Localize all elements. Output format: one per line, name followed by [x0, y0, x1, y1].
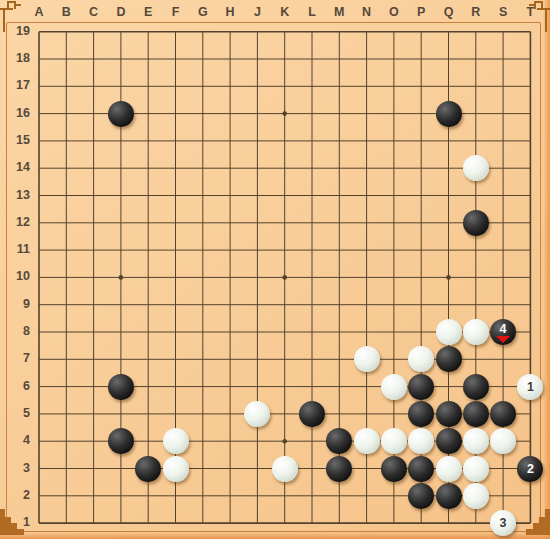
- col-label-C: C: [84, 5, 104, 19]
- stone-black-D6[interactable]: [108, 374, 134, 400]
- row-label-8: 8: [4, 324, 30, 338]
- stone-white-R14[interactable]: [463, 155, 489, 181]
- row-label-19: 19: [4, 24, 30, 38]
- col-label-N: N: [357, 5, 377, 19]
- stone-black-R5[interactable]: [463, 401, 489, 427]
- stone-black-R12[interactable]: [463, 210, 489, 236]
- col-label-J: J: [247, 5, 267, 19]
- row-label-6: 6: [4, 379, 30, 393]
- stone-white-N7[interactable]: [354, 346, 380, 372]
- col-label-K: K: [275, 5, 295, 19]
- row-label-7: 7: [4, 351, 30, 365]
- row-label-3: 3: [4, 461, 30, 475]
- stone-black-Q5[interactable]: [436, 401, 462, 427]
- col-label-L: L: [302, 5, 322, 19]
- col-label-G: G: [193, 5, 213, 19]
- col-label-E: E: [138, 5, 158, 19]
- last-move-red-triangle-marker: [496, 336, 510, 343]
- stone-white-O6[interactable]: [381, 374, 407, 400]
- row-label-9: 9: [4, 297, 30, 311]
- row-label-16: 16: [4, 106, 30, 120]
- col-label-D: D: [111, 5, 131, 19]
- stone-black-T3[interactable]: 2: [517, 456, 543, 482]
- stone-white-S1[interactable]: 3: [490, 510, 516, 536]
- stone-white-R4[interactable]: [463, 428, 489, 454]
- stone-white-O4[interactable]: [381, 428, 407, 454]
- stone-white-N4[interactable]: [354, 428, 380, 454]
- stone-black-P2[interactable]: [408, 483, 434, 509]
- stone-black-P6[interactable]: [408, 374, 434, 400]
- stone-black-Q4[interactable]: [436, 428, 462, 454]
- move-number-3: 3: [490, 510, 516, 536]
- row-label-18: 18: [4, 51, 30, 65]
- col-label-R: R: [466, 5, 486, 19]
- stone-black-S5[interactable]: [490, 401, 516, 427]
- stone-black-D16[interactable]: [108, 101, 134, 127]
- col-label-S: S: [493, 5, 513, 19]
- stone-white-R8[interactable]: [463, 319, 489, 345]
- row-label-5: 5: [4, 406, 30, 420]
- stone-black-D4[interactable]: [108, 428, 134, 454]
- row-label-13: 13: [4, 188, 30, 202]
- stone-white-R2[interactable]: [463, 483, 489, 509]
- stone-black-M3[interactable]: [326, 456, 352, 482]
- row-label-2: 2: [4, 488, 30, 502]
- stone-black-P3[interactable]: [408, 456, 434, 482]
- stone-black-Q7[interactable]: [436, 346, 462, 372]
- col-label-Q: Q: [439, 5, 459, 19]
- col-label-B: B: [56, 5, 76, 19]
- row-label-17: 17: [4, 78, 30, 92]
- col-label-F: F: [166, 5, 186, 19]
- col-label-T: T: [520, 5, 540, 19]
- stone-black-S8[interactable]: 4: [490, 319, 516, 345]
- stone-white-T6[interactable]: 1: [517, 374, 543, 400]
- move-number-2: 2: [517, 456, 543, 482]
- col-label-H: H: [220, 5, 240, 19]
- stone-white-Q3[interactable]: [436, 456, 462, 482]
- row-label-1: 1: [4, 515, 30, 529]
- stone-black-O3[interactable]: [381, 456, 407, 482]
- stone-white-F3[interactable]: [163, 456, 189, 482]
- row-label-14: 14: [4, 160, 30, 174]
- col-label-P: P: [411, 5, 431, 19]
- col-label-A: A: [29, 5, 49, 19]
- move-number-1: 1: [517, 374, 543, 400]
- stone-black-E3[interactable]: [135, 456, 161, 482]
- col-label-M: M: [329, 5, 349, 19]
- stone-white-Q8[interactable]: [436, 319, 462, 345]
- stone-white-R3[interactable]: [463, 456, 489, 482]
- col-label-O: O: [384, 5, 404, 19]
- go-app: ABCDEFGHJKLMNOPQRST191817161514131211109…: [0, 0, 550, 539]
- row-label-11: 11: [4, 242, 30, 256]
- stone-black-R6[interactable]: [463, 374, 489, 400]
- stone-black-L5[interactable]: [299, 401, 325, 427]
- row-label-10: 10: [4, 269, 30, 283]
- stone-white-K3[interactable]: [272, 456, 298, 482]
- stone-black-Q2[interactable]: [436, 483, 462, 509]
- row-label-15: 15: [4, 133, 30, 147]
- stone-black-Q16[interactable]: [436, 101, 462, 127]
- row-label-4: 4: [4, 433, 30, 447]
- row-label-12: 12: [4, 215, 30, 229]
- stone-black-P5[interactable]: [408, 401, 434, 427]
- stone-white-F4[interactable]: [163, 428, 189, 454]
